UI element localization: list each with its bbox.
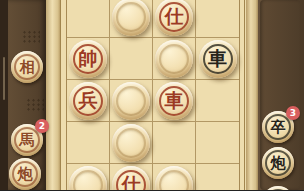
board-cell[interactable]: 車 [153, 80, 196, 122]
piece-red-chariot[interactable]: 車 [155, 82, 193, 120]
board-cell[interactable] [196, 164, 239, 190]
board-cell[interactable] [110, 0, 153, 38]
captured-piece-red-cannon: 炮 [9, 158, 41, 190]
piece-glyph: 仕 [165, 7, 184, 26]
board-cell[interactable] [67, 122, 110, 164]
game-board: 仕 帥 車 兵 車 仕 [60, 0, 246, 190]
piece-red-advisor[interactable]: 仕 [112, 166, 150, 191]
piece-glyph: 車 [165, 91, 184, 110]
captured-piece-red-horse: 馬 2 [11, 124, 43, 156]
board-outer-line-left [60, 0, 61, 190]
tray-grip-dots-icon [26, 98, 44, 111]
board-grid: 仕 帥 車 兵 車 仕 [66, 0, 240, 190]
board-outer-line-right [244, 0, 245, 190]
board-cell[interactable] [67, 164, 110, 190]
piece-hidden[interactable] [69, 166, 107, 191]
board-cell[interactable]: 兵 [67, 80, 110, 122]
captured-tray-left: 相 馬 2 炮 [8, 0, 46, 190]
piece-glyph: 帥 [79, 49, 98, 68]
board-frame-right [246, 0, 258, 190]
side-scroll-indicator [3, 57, 5, 100]
captured-piece-red-elephant: 相 [11, 51, 43, 83]
board-cell[interactable] [110, 122, 153, 164]
board-cell[interactable] [110, 38, 153, 80]
piece-red-advisor[interactable]: 仕 [155, 0, 193, 36]
tray-grip-dots-icon [22, 30, 40, 43]
board-cell[interactable]: 仕 [110, 164, 153, 190]
piece-glyph: 炮 [271, 156, 286, 171]
piece-glyph: 相 [20, 60, 35, 75]
board-cell[interactable] [67, 0, 110, 38]
piece-hidden[interactable] [155, 40, 193, 78]
board-cell[interactable] [196, 0, 239, 38]
board-cell[interactable]: 仕 [153, 0, 196, 38]
capture-count-badge: 2 [35, 119, 49, 133]
piece-glyph: 仕 [122, 175, 141, 190]
piece-hidden[interactable] [112, 124, 150, 162]
board-cell[interactable] [196, 122, 239, 164]
board-cell[interactable] [110, 80, 153, 122]
piece-glyph: 炮 [18, 167, 33, 182]
piece-glyph: 車 [208, 49, 227, 68]
piece-hidden[interactable] [155, 166, 193, 191]
board-cell[interactable]: 帥 [67, 38, 110, 80]
captured-piece-black-cannon: 炮 [262, 147, 294, 179]
banqi-game-screen: 相 馬 2 炮 仕 帥 車 兵 車 [0, 0, 304, 190]
capture-count-badge: 3 [286, 106, 300, 120]
board-cell[interactable] [153, 164, 196, 190]
board-cell[interactable]: 車 [196, 38, 239, 80]
piece-hidden[interactable] [112, 0, 150, 36]
piece-red-general[interactable]: 帥 [69, 40, 107, 78]
board-cell[interactable] [153, 122, 196, 164]
captured-piece-partial [262, 186, 294, 190]
board-cell[interactable] [153, 38, 196, 80]
captured-piece-black-soldier: 卒 3 [262, 111, 294, 143]
piece-glyph: 馬 [20, 133, 35, 148]
board-cell[interactable] [196, 80, 239, 122]
captured-tray-right: 卒 3 炮 [260, 0, 300, 190]
piece-black-chariot[interactable]: 車 [199, 40, 237, 78]
piece-glyph: 卒 [271, 120, 286, 135]
piece-glyph: 兵 [79, 91, 98, 110]
piece-hidden[interactable] [112, 82, 150, 120]
board-frame-left [46, 0, 60, 190]
piece-red-soldier[interactable]: 兵 [69, 82, 107, 120]
